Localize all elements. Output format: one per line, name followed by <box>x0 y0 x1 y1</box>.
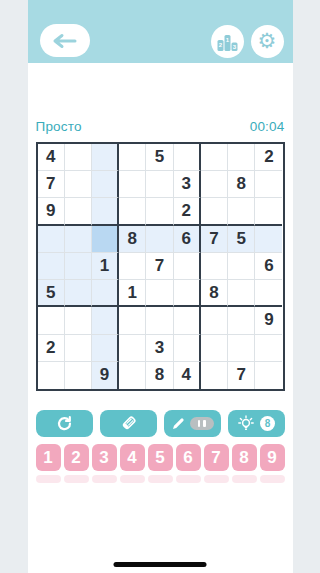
sudoku-cell-r8c5[interactable]: 3 <box>146 335 173 362</box>
sudoku-cell-r8c3[interactable] <box>92 335 119 362</box>
sudoku-cell-r2c5[interactable] <box>146 171 173 198</box>
sudoku-cell-r3c5[interactable] <box>146 198 173 225</box>
sudoku-cell-r5c3[interactable]: 1 <box>92 253 119 280</box>
number-button-4[interactable]: 4 <box>120 444 145 471</box>
settings-button[interactable]: ⚙ <box>251 25 284 58</box>
status-row: Просто 00:04 <box>36 119 285 134</box>
sudoku-cell-r2c3[interactable] <box>92 171 119 198</box>
sudoku-cell-r4c9[interactable] <box>255 226 282 253</box>
sudoku-cell-r8c6[interactable] <box>174 335 201 362</box>
sudoku-cell-r5c1[interactable] <box>38 253 65 280</box>
sudoku-cell-r5c2[interactable] <box>65 253 92 280</box>
sudoku-cell-r1c3[interactable] <box>92 144 119 171</box>
sudoku-cell-r9c5[interactable]: 8 <box>146 362 173 389</box>
sudoku-cell-r4c3[interactable] <box>92 226 119 253</box>
sudoku-cell-r1c1[interactable]: 4 <box>38 144 65 171</box>
leaderboard-button[interactable]: 2 1 3 <box>211 25 244 58</box>
sudoku-cell-r8c1[interactable]: 2 <box>38 335 65 362</box>
top-bar: 2 1 3 ⚙ <box>28 0 293 63</box>
sudoku-cell-r7c6[interactable] <box>174 307 201 334</box>
restart-button[interactable] <box>36 410 93 437</box>
sudoku-cell-r6c8[interactable] <box>228 280 255 307</box>
sudoku-cell-r6c4[interactable]: 1 <box>119 280 146 307</box>
sudoku-cell-r2c9[interactable] <box>255 171 282 198</box>
number-button-5[interactable]: 5 <box>148 444 173 471</box>
sudoku-board: 4527389286751765189239847 <box>36 142 285 391</box>
sudoku-cell-r3c8[interactable] <box>228 198 255 225</box>
sudoku-cell-r3c3[interactable] <box>92 198 119 225</box>
sudoku-cell-r5c7[interactable] <box>201 253 228 280</box>
number-button-9[interactable]: 9 <box>260 444 285 471</box>
number-button-6[interactable]: 6 <box>176 444 201 471</box>
sudoku-cell-r7c4[interactable] <box>119 307 146 334</box>
sudoku-cell-r6c3[interactable] <box>92 280 119 307</box>
sudoku-cell-r2c8[interactable]: 8 <box>228 171 255 198</box>
gear-icon: ⚙ <box>258 31 277 52</box>
back-arrow-icon <box>52 33 78 49</box>
hint-count-badge: 8 <box>260 416 275 431</box>
sudoku-cell-r3c1[interactable]: 9 <box>38 198 65 225</box>
pencil-icon <box>171 417 185 431</box>
pencil-mode-button[interactable] <box>164 410 221 437</box>
sudoku-cell-r6c5[interactable] <box>146 280 173 307</box>
sudoku-cell-r3c4[interactable] <box>119 198 146 225</box>
sudoku-cell-r6c1[interactable]: 5 <box>38 280 65 307</box>
sudoku-cell-r9c7[interactable] <box>201 362 228 389</box>
sudoku-cell-r6c6[interactable] <box>174 280 201 307</box>
sudoku-cell-r3c2[interactable] <box>65 198 92 225</box>
sudoku-app: 2 1 3 ⚙ Просто 00:04 4527389286751765189… <box>28 0 293 573</box>
sudoku-cell-r2c1[interactable]: 7 <box>38 171 65 198</box>
back-button[interactable] <box>40 24 90 57</box>
lightbulb-icon <box>237 415 255 433</box>
sudoku-cell-r4c7[interactable]: 7 <box>201 226 228 253</box>
sudoku-cell-r4c4[interactable]: 8 <box>119 226 146 253</box>
sudoku-cell-r2c2[interactable] <box>65 171 92 198</box>
sudoku-cell-r7c8[interactable] <box>228 307 255 334</box>
sudoku-cell-r4c6[interactable]: 6 <box>174 226 201 253</box>
sudoku-cell-r1c5[interactable]: 5 <box>146 144 173 171</box>
sudoku-cell-r2c4[interactable] <box>119 171 146 198</box>
sudoku-cell-r3c7[interactable] <box>201 198 228 225</box>
sudoku-cell-r5c6[interactable] <box>174 253 201 280</box>
sudoku-cell-r2c7[interactable] <box>201 171 228 198</box>
sudoku-cell-r1c2[interactable] <box>65 144 92 171</box>
sudoku-cell-r5c5[interactable]: 7 <box>146 253 173 280</box>
number-button-3[interactable]: 3 <box>92 444 117 471</box>
sudoku-cell-r5c4[interactable] <box>119 253 146 280</box>
sudoku-cell-r6c2[interactable] <box>65 280 92 307</box>
sudoku-cell-r6c9[interactable] <box>255 280 282 307</box>
sudoku-cell-r1c8[interactable] <box>228 144 255 171</box>
sudoku-cell-r9c3[interactable]: 9 <box>92 362 119 389</box>
sudoku-cell-r4c8[interactable]: 5 <box>228 226 255 253</box>
sudoku-cell-r1c7[interactable] <box>201 144 228 171</box>
sudoku-cell-r9c1[interactable] <box>38 362 65 389</box>
sudoku-cell-r3c6[interactable]: 2 <box>174 198 201 225</box>
sudoku-cell-r3c9[interactable] <box>255 198 282 225</box>
erase-button[interactable] <box>100 410 157 437</box>
hint-button[interactable]: 8 <box>228 410 285 437</box>
pencil-toggle-switch[interactable] <box>190 417 214 430</box>
sudoku-cell-r5c9[interactable]: 6 <box>255 253 282 280</box>
sudoku-cell-r7c1[interactable] <box>38 307 65 334</box>
sudoku-cell-r8c9[interactable] <box>255 335 282 362</box>
number-button-1[interactable]: 1 <box>36 444 61 471</box>
home-indicator <box>114 562 207 567</box>
sudoku-cell-r1c6[interactable] <box>174 144 201 171</box>
sudoku-cell-r7c2[interactable] <box>65 307 92 334</box>
sudoku-cell-r9c6[interactable]: 4 <box>174 362 201 389</box>
sudoku-cell-r8c4[interactable] <box>119 335 146 362</box>
restart-icon <box>57 416 72 431</box>
sudoku-cell-r8c7[interactable] <box>201 335 228 362</box>
sudoku-cell-r7c9[interactable]: 9 <box>255 307 282 334</box>
sudoku-cell-r9c4[interactable] <box>119 362 146 389</box>
sudoku-cell-r7c7[interactable] <box>201 307 228 334</box>
sudoku-cell-r1c9[interactable]: 2 <box>255 144 282 171</box>
sudoku-cell-r7c3[interactable] <box>92 307 119 334</box>
number-pad: 123456789 <box>36 444 285 471</box>
timer: 00:04 <box>250 119 285 134</box>
sudoku-cell-r6c7[interactable]: 8 <box>201 280 228 307</box>
sudoku-cell-r5c8[interactable] <box>228 253 255 280</box>
sudoku-cell-r9c8[interactable]: 7 <box>228 362 255 389</box>
sudoku-cell-r9c9[interactable] <box>255 362 282 389</box>
eraser-icon <box>120 415 137 432</box>
sudoku-cell-r8c2[interactable] <box>65 335 92 362</box>
podium-icon: 2 1 3 <box>217 33 238 51</box>
sudoku-cell-r7c5[interactable] <box>146 307 173 334</box>
sudoku-cell-r4c2[interactable] <box>65 226 92 253</box>
difficulty-label: Просто <box>36 119 82 134</box>
sudoku-cell-r2c6[interactable]: 3 <box>174 171 201 198</box>
sudoku-cell-r8c8[interactable] <box>228 335 255 362</box>
number-button-8[interactable]: 8 <box>232 444 257 471</box>
number-button-2[interactable]: 2 <box>64 444 89 471</box>
sudoku-cell-r4c1[interactable] <box>38 226 65 253</box>
number-button-7[interactable]: 7 <box>204 444 229 471</box>
sudoku-cell-r1c4[interactable] <box>119 144 146 171</box>
toolbar: 8 <box>36 410 285 437</box>
sudoku-cell-r4c5[interactable] <box>146 226 173 253</box>
sudoku-cell-r9c2[interactable] <box>65 362 92 389</box>
